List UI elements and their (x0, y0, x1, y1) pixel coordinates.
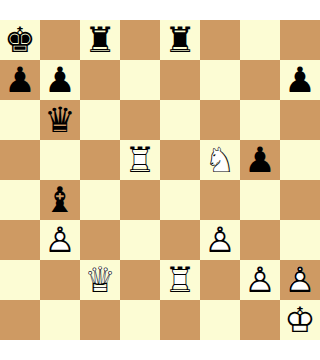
square-d4[interactable] (120, 180, 160, 220)
square-a5[interactable] (0, 140, 40, 180)
square-h6[interactable] (280, 100, 320, 140)
square-c1[interactable] (80, 300, 120, 340)
square-e4[interactable] (160, 180, 200, 220)
piece-white-pawn[interactable]: ♙ (200, 220, 240, 260)
square-f2[interactable] (200, 260, 240, 300)
square-d6[interactable] (120, 100, 160, 140)
square-e1[interactable] (160, 300, 200, 340)
piece-white-rook[interactable]: ♖ (120, 140, 160, 180)
piece-black-queen[interactable]: ♛ (40, 100, 80, 140)
square-h5[interactable] (280, 140, 320, 180)
square-f3[interactable]: ♙ (200, 220, 240, 260)
square-a7[interactable]: ♟ (0, 60, 40, 100)
square-d8[interactable] (120, 20, 160, 60)
piece-white-knight[interactable]: ♘ (200, 140, 240, 180)
square-a8[interactable]: ♚ (0, 20, 40, 60)
square-h3[interactable] (280, 220, 320, 260)
piece-black-bishop[interactable]: ♝ (40, 180, 80, 220)
piece-white-pawn[interactable]: ♙ (240, 260, 280, 300)
square-e8[interactable]: ♜ (160, 20, 200, 60)
square-e2[interactable]: ♖ (160, 260, 200, 300)
piece-black-rook[interactable]: ♜ (160, 20, 200, 60)
square-h8[interactable] (280, 20, 320, 60)
square-g2[interactable]: ♙ (240, 260, 280, 300)
square-b8[interactable] (40, 20, 80, 60)
square-c2[interactable]: ♕ (80, 260, 120, 300)
piece-black-pawn[interactable]: ♟ (0, 60, 40, 100)
piece-black-rook[interactable]: ♜ (80, 20, 120, 60)
status-bar: 1... ? (0, 340, 320, 360)
piece-white-rook[interactable]: ♖ (160, 260, 200, 300)
square-a2[interactable] (0, 260, 40, 300)
square-g8[interactable] (240, 20, 280, 60)
square-c3[interactable] (80, 220, 120, 260)
square-d7[interactable] (120, 60, 160, 100)
piece-white-king[interactable]: ♔ (280, 300, 320, 340)
square-b4[interactable]: ♝ (40, 180, 80, 220)
square-b6[interactable]: ♛ (40, 100, 80, 140)
square-f5[interactable]: ♘ (200, 140, 240, 180)
square-g4[interactable] (240, 180, 280, 220)
square-h2[interactable]: ♙ (280, 260, 320, 300)
square-e5[interactable] (160, 140, 200, 180)
square-f4[interactable] (200, 180, 240, 220)
square-c4[interactable] (80, 180, 120, 220)
square-e3[interactable] (160, 220, 200, 260)
square-a3[interactable] (0, 220, 40, 260)
square-c6[interactable] (80, 100, 120, 140)
piece-black-pawn[interactable]: ♟ (240, 140, 280, 180)
square-d1[interactable] (120, 300, 160, 340)
piece-white-pawn[interactable]: ♙ (280, 260, 320, 300)
square-c8[interactable]: ♜ (80, 20, 120, 60)
square-f6[interactable] (200, 100, 240, 140)
chess-app: T1.0946 ♚♜♜♟♟♟♛♖♘♟♝♙♙♕♖♙♙♔ 1... ? (0, 0, 320, 360)
square-g7[interactable] (240, 60, 280, 100)
square-g5[interactable]: ♟ (240, 140, 280, 180)
piece-white-pawn[interactable]: ♙ (40, 220, 80, 260)
square-b1[interactable] (40, 300, 80, 340)
square-e7[interactable] (160, 60, 200, 100)
square-d5[interactable]: ♖ (120, 140, 160, 180)
square-a1[interactable] (0, 300, 40, 340)
square-a4[interactable] (0, 180, 40, 220)
square-e6[interactable] (160, 100, 200, 140)
piece-black-pawn[interactable]: ♟ (280, 60, 320, 100)
square-b5[interactable] (40, 140, 80, 180)
square-c7[interactable] (80, 60, 120, 100)
square-h1[interactable]: ♔ (280, 300, 320, 340)
square-f1[interactable] (200, 300, 240, 340)
square-f8[interactable] (200, 20, 240, 60)
square-g3[interactable] (240, 220, 280, 260)
chess-board[interactable]: ♚♜♜♟♟♟♛♖♘♟♝♙♙♕♖♙♙♔ (0, 20, 320, 340)
square-c5[interactable] (80, 140, 120, 180)
square-d2[interactable] (120, 260, 160, 300)
square-b2[interactable] (40, 260, 80, 300)
piece-black-pawn[interactable]: ♟ (40, 60, 80, 100)
square-h7[interactable]: ♟ (280, 60, 320, 100)
square-d3[interactable] (120, 220, 160, 260)
square-g1[interactable] (240, 300, 280, 340)
piece-black-king[interactable]: ♚ (0, 20, 40, 60)
square-b3[interactable]: ♙ (40, 220, 80, 260)
square-g6[interactable] (240, 100, 280, 140)
square-h4[interactable] (280, 180, 320, 220)
title-bar: T1.0946 (0, 0, 320, 20)
square-a6[interactable] (0, 100, 40, 140)
piece-white-queen[interactable]: ♕ (80, 260, 120, 300)
square-b7[interactable]: ♟ (40, 60, 80, 100)
square-f7[interactable] (200, 60, 240, 100)
